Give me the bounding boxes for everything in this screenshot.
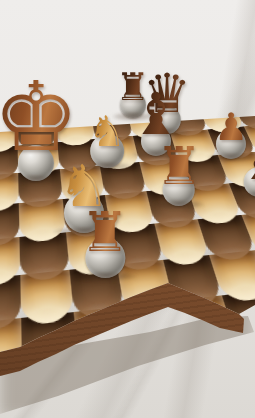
pieces-layer: ♚♜♛♝♟♝♞♞♜♜ (0, 0, 255, 418)
piece-contact-shadow (73, 272, 137, 281)
piece-contact-shadow (7, 175, 65, 184)
dark-rook-glyph: ♜ (156, 140, 203, 192)
piece-contact-shadow (235, 191, 255, 200)
chess-set-photo: ♚♜♛♝♟♝♞♞♜♜ (0, 0, 255, 418)
piece-dark-rook-f5[interactable]: ♜ (156, 140, 203, 206)
light-knight-glyph: ♞ (88, 111, 126, 153)
dark-king-glyph: ♚ (0, 69, 79, 165)
dark-pawn-glyph: ♟ (214, 108, 248, 146)
piece-contact-shadow (153, 200, 204, 209)
piece-dark-bishop-g5[interactable]: ♝ (244, 150, 255, 198)
dark-bishop-glyph: ♝ (244, 150, 255, 184)
piece-dark-rook-c2[interactable]: ♜ (80, 205, 129, 278)
dark-rook-glyph: ♜ (80, 205, 129, 260)
dark-bishop-glyph: ♝ (130, 85, 182, 143)
